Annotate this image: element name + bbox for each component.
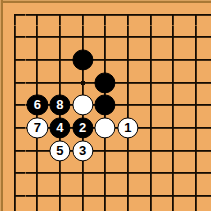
intersection-8-1 (162, 3, 185, 26)
intersection-8-9 (162, 185, 185, 208)
intersection-5-6 (94, 117, 117, 140)
intersection-7-4 (139, 71, 162, 94)
black-stone-move-8: 8 (49, 95, 70, 116)
intersection-8-4 (162, 71, 185, 94)
intersection-7-7 (139, 139, 162, 162)
intersection-6-2 (117, 26, 140, 49)
intersection-2-8 (26, 162, 49, 185)
white-stone-move-3: 3 (72, 140, 93, 161)
go-diagram: 68742153 (0, 0, 211, 211)
intersection-4-2 (71, 26, 94, 49)
intersection-3-2 (49, 26, 72, 49)
intersection-7-10 (139, 207, 162, 211)
intersection-7-8 (139, 162, 162, 185)
intersection-2-4 (26, 71, 49, 94)
intersection-9-9 (185, 185, 208, 208)
intersection-1-4 (3, 71, 26, 94)
intersection-5-1 (94, 3, 117, 26)
intersection-8-8 (162, 162, 185, 185)
intersection-3-8 (49, 162, 72, 185)
intersection-8-3 (162, 49, 185, 72)
intersection-6-10 (117, 207, 140, 211)
intersection-6-5 (117, 94, 140, 117)
intersection-2-7 (26, 139, 49, 162)
intersection-3-3 (49, 49, 72, 72)
intersection-1-6 (3, 117, 26, 140)
intersection-2-5: 6 (26, 94, 49, 117)
black-stone-move-6: 6 (27, 95, 48, 116)
intersection-4-8 (71, 162, 94, 185)
intersection-10-8 (207, 162, 211, 185)
intersection-5-9 (94, 185, 117, 208)
intersection-6-7 (117, 139, 140, 162)
intersection-4-4 (71, 71, 94, 94)
intersection-3-7: 5 (49, 139, 72, 162)
intersection-8-10 (162, 207, 185, 211)
intersection-7-9 (139, 185, 162, 208)
intersection-3-10 (49, 207, 72, 211)
intersection-10-3 (207, 49, 211, 72)
intersection-10-2 (207, 26, 211, 49)
goban-grid: 68742153 (3, 3, 211, 211)
intersection-2-10 (26, 207, 49, 211)
intersection-7-5 (139, 94, 162, 117)
intersection-10-9 (207, 185, 211, 208)
intersection-6-1 (117, 3, 140, 26)
intersection-4-6: 2 (71, 117, 94, 140)
intersection-9-10 (185, 207, 208, 211)
intersection-5-10 (94, 207, 117, 211)
intersection-3-1 (49, 3, 72, 26)
intersection-6-8 (117, 162, 140, 185)
intersection-5-7 (94, 139, 117, 162)
intersection-6-4 (117, 71, 140, 94)
intersection-3-4 (49, 71, 72, 94)
white-stone-move-1: 1 (117, 117, 138, 138)
intersection-10-1 (207, 3, 211, 26)
intersection-2-6: 7 (26, 117, 49, 140)
black-stone-move-4: 4 (49, 117, 70, 138)
intersection-4-3 (71, 49, 94, 72)
intersection-8-2 (162, 26, 185, 49)
intersection-8-5 (162, 94, 185, 117)
white-stone (72, 95, 93, 116)
intersection-5-5 (94, 94, 117, 117)
intersection-4-9 (71, 185, 94, 208)
intersection-1-5 (3, 94, 26, 117)
intersection-4-10 (71, 207, 94, 211)
intersection-1-7 (3, 139, 26, 162)
black-stone-move-2: 2 (72, 117, 93, 138)
intersection-4-1 (71, 3, 94, 26)
intersection-7-6 (139, 117, 162, 140)
intersection-3-6: 4 (49, 117, 72, 140)
intersection-8-7 (162, 139, 185, 162)
intersection-10-7 (207, 139, 211, 162)
black-stone (95, 72, 116, 93)
intersection-2-9 (26, 185, 49, 208)
intersection-9-3 (185, 49, 208, 72)
intersection-1-2 (3, 26, 26, 49)
intersection-9-1 (185, 3, 208, 26)
black-stone (72, 49, 93, 70)
intersection-7-2 (139, 26, 162, 49)
intersection-2-2 (26, 26, 49, 49)
intersection-10-10 (207, 207, 211, 211)
intersection-5-4 (94, 71, 117, 94)
intersection-6-6: 1 (117, 117, 140, 140)
intersection-9-5 (185, 94, 208, 117)
intersection-8-6 (162, 117, 185, 140)
black-stone (95, 95, 116, 116)
intersection-1-9 (3, 185, 26, 208)
intersection-9-2 (185, 26, 208, 49)
intersection-6-9 (117, 185, 140, 208)
intersection-5-8 (94, 162, 117, 185)
intersection-5-2 (94, 26, 117, 49)
intersection-3-9 (49, 185, 72, 208)
intersection-9-4 (185, 71, 208, 94)
white-stone-move-5: 5 (49, 140, 70, 161)
intersection-2-1 (26, 3, 49, 26)
white-stone (95, 117, 116, 138)
intersection-9-7 (185, 139, 208, 162)
intersection-10-6 (207, 117, 211, 140)
intersection-10-5 (207, 94, 211, 117)
intersection-7-3 (139, 49, 162, 72)
intersection-4-5 (71, 94, 94, 117)
intersection-1-8 (3, 162, 26, 185)
intersection-9-6 (185, 117, 208, 140)
intersection-1-10 (3, 207, 26, 211)
intersection-5-3 (94, 49, 117, 72)
intersection-7-1 (139, 3, 162, 26)
intersection-9-8 (185, 162, 208, 185)
white-stone-move-7: 7 (27, 117, 48, 138)
intersection-1-1 (3, 3, 26, 26)
star-point (81, 81, 85, 85)
intersection-3-5: 8 (49, 94, 72, 117)
intersection-10-4 (207, 71, 211, 94)
intersection-2-3 (26, 49, 49, 72)
intersection-6-3 (117, 49, 140, 72)
intersection-4-7: 3 (71, 139, 94, 162)
intersection-1-3 (3, 49, 26, 72)
